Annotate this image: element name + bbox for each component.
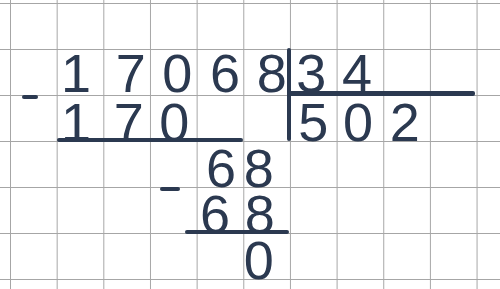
digit-5: 5	[288, 97, 338, 147]
subtraction-line-under-170	[57, 138, 244, 142]
digit-2: 2	[380, 97, 430, 147]
digit-0: 0	[234, 235, 284, 285]
digit-1: 1	[51, 48, 101, 98]
minus-sign-second-subtraction	[160, 187, 180, 191]
division-bracket-horizontal-line	[287, 91, 476, 96]
digit-0: 0	[333, 97, 383, 147]
minus-sign-first-subtraction	[22, 95, 38, 99]
digit-6: 6	[200, 48, 250, 98]
digit-7: 7	[106, 48, 156, 98]
division-worksheet: 170683417050268680	[0, 0, 500, 289]
subtraction-line-under-68	[185, 230, 290, 234]
digit-0: 0	[152, 48, 202, 98]
